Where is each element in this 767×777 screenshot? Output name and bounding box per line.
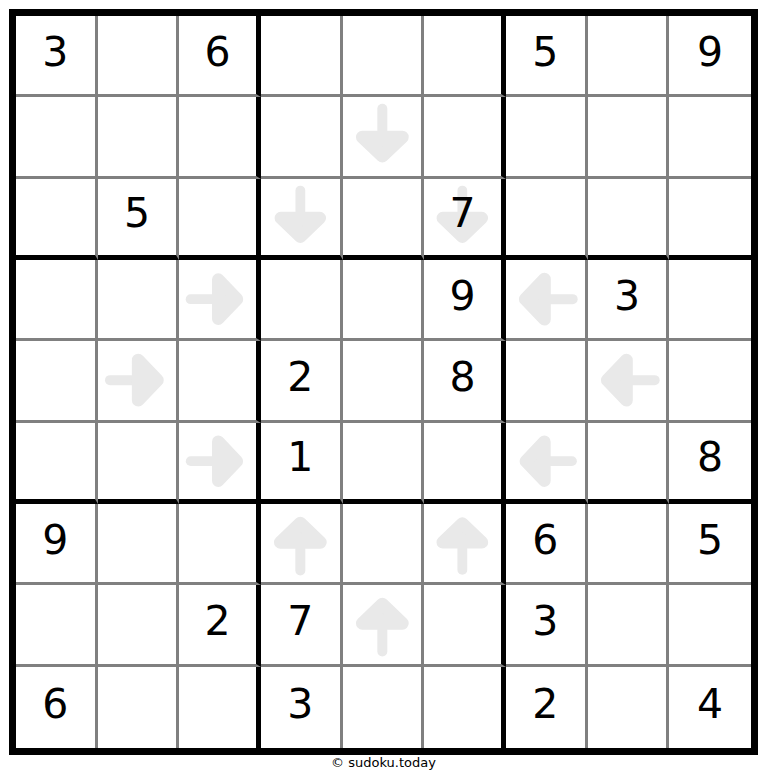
cell-r7c7[interactable]: 6 xyxy=(506,504,588,585)
cell-r2c5[interactable] xyxy=(343,97,425,178)
cell-r1c2[interactable] xyxy=(98,16,180,97)
cell-r3c6[interactable]: 7 xyxy=(424,179,506,260)
cell-r2c1[interactable] xyxy=(16,97,98,178)
cell-r1c6[interactable] xyxy=(424,16,506,97)
cell-r9c5[interactable] xyxy=(343,667,425,748)
cell-r9c1[interactable]: 6 xyxy=(16,667,98,748)
given-digit: 5 xyxy=(697,520,723,567)
given-digit: 2 xyxy=(205,601,231,648)
given-digit: 3 xyxy=(532,601,558,648)
given-digit: 1 xyxy=(287,437,313,484)
arrow-right-icon xyxy=(179,260,256,338)
given-digit: 8 xyxy=(450,357,476,404)
cell-r8c8[interactable] xyxy=(588,585,670,666)
cell-r7c4[interactable] xyxy=(261,504,343,585)
cell-r2c8[interactable] xyxy=(588,97,670,178)
given-digit: 9 xyxy=(697,32,723,79)
cell-r7c5[interactable] xyxy=(343,504,425,585)
given-digit: 7 xyxy=(287,601,313,648)
cell-r6c9[interactable]: 8 xyxy=(669,423,751,504)
cell-r1c8[interactable] xyxy=(588,16,670,97)
given-digit: 6 xyxy=(42,684,68,731)
cell-r8c4[interactable]: 7 xyxy=(261,585,343,666)
given-digit: 7 xyxy=(450,193,476,240)
cell-r7c2[interactable] xyxy=(98,504,180,585)
cell-r9c3[interactable] xyxy=(179,667,261,748)
given-digit: 9 xyxy=(450,276,476,323)
cell-r5c3[interactable] xyxy=(179,341,261,422)
cell-r4c8[interactable]: 3 xyxy=(588,260,670,341)
puzzle-page: 3659579328189652736324 © sudoku.today xyxy=(0,0,767,777)
cell-r1c9[interactable]: 9 xyxy=(669,16,751,97)
cell-r7c8[interactable] xyxy=(588,504,670,585)
copyright: © sudoku.today xyxy=(9,755,758,770)
cell-r6c5[interactable] xyxy=(343,423,425,504)
given-digit: 2 xyxy=(287,357,313,404)
cell-r7c3[interactable] xyxy=(179,504,261,585)
cell-r5c9[interactable] xyxy=(669,341,751,422)
cell-r5c5[interactable] xyxy=(343,341,425,422)
arrow-up-icon xyxy=(423,505,501,582)
arrow-left-icon xyxy=(506,260,585,338)
cell-r6c4[interactable]: 1 xyxy=(261,423,343,504)
cell-r4c4[interactable] xyxy=(261,260,343,341)
cell-r2c6[interactable] xyxy=(424,97,506,178)
arrow-right-icon xyxy=(98,341,177,419)
cell-r9c7[interactable]: 2 xyxy=(506,667,588,748)
cell-r2c7[interactable] xyxy=(506,97,588,178)
sudoku-board: 3659579328189652736324 xyxy=(9,9,758,755)
cell-r3c3[interactable] xyxy=(179,179,261,260)
cell-r4c7[interactable] xyxy=(506,260,588,341)
cell-r2c4[interactable] xyxy=(261,97,343,178)
cell-r4c1[interactable] xyxy=(16,260,98,341)
cell-r6c1[interactable] xyxy=(16,423,98,504)
cell-r1c5[interactable] xyxy=(343,16,425,97)
cell-r6c8[interactable] xyxy=(588,423,670,504)
cell-r9c6[interactable] xyxy=(424,667,506,748)
cell-r8c6[interactable] xyxy=(424,585,506,666)
given-digit: 2 xyxy=(532,684,558,731)
cell-r2c2[interactable] xyxy=(98,97,180,178)
cell-r1c1[interactable]: 3 xyxy=(16,16,98,97)
cell-r4c6[interactable]: 9 xyxy=(424,260,506,341)
cell-r3c2[interactable]: 5 xyxy=(98,179,180,260)
cell-r3c1[interactable] xyxy=(16,179,98,260)
cell-r5c6[interactable]: 8 xyxy=(424,341,506,422)
arrow-up-icon xyxy=(261,504,339,583)
cell-r3c7[interactable] xyxy=(506,179,588,260)
arrow-left-icon xyxy=(588,341,667,419)
cell-r4c2[interactable] xyxy=(98,260,180,341)
cell-r9c9[interactable]: 4 xyxy=(669,667,751,748)
cell-r9c4[interactable]: 3 xyxy=(261,667,343,748)
cell-r5c2[interactable] xyxy=(98,341,180,422)
cell-r5c7[interactable] xyxy=(506,341,588,422)
arrow-down-icon xyxy=(343,97,421,176)
cell-r6c2[interactable] xyxy=(98,423,180,504)
cell-r3c9[interactable] xyxy=(669,179,751,260)
cell-r4c9[interactable] xyxy=(669,260,751,341)
given-digit: 3 xyxy=(614,276,640,323)
cell-r4c3[interactable] xyxy=(179,260,261,341)
cell-r7c9[interactable]: 5 xyxy=(669,504,751,585)
arrow-down-icon xyxy=(262,177,338,256)
given-digit: 6 xyxy=(205,32,231,79)
cell-r1c3[interactable]: 6 xyxy=(179,16,261,97)
cell-r3c4[interactable] xyxy=(261,179,343,260)
cell-r4c5[interactable] xyxy=(343,260,425,341)
arrow-up-icon xyxy=(343,585,421,664)
arrow-left-icon xyxy=(506,423,585,499)
cell-r1c4[interactable] xyxy=(261,16,343,97)
cell-r6c3[interactable] xyxy=(179,423,261,504)
cell-r5c8[interactable] xyxy=(588,341,670,422)
cell-r5c4[interactable]: 2 xyxy=(261,341,343,422)
cell-r8c7[interactable]: 3 xyxy=(506,585,588,666)
given-digit: 6 xyxy=(532,520,558,567)
cell-r5c1[interactable] xyxy=(16,341,98,422)
cell-r3c8[interactable] xyxy=(588,179,670,260)
cell-r8c9[interactable] xyxy=(669,585,751,666)
cell-r3c5[interactable] xyxy=(343,179,425,260)
given-digit: 8 xyxy=(697,437,723,484)
given-digit: 3 xyxy=(287,684,313,731)
cell-r7c6[interactable] xyxy=(424,504,506,585)
cell-r6c7[interactable] xyxy=(506,423,588,504)
given-digit: 5 xyxy=(124,193,150,240)
cell-r9c2[interactable] xyxy=(98,667,180,748)
cell-r1c7[interactable]: 5 xyxy=(506,16,588,97)
given-digit: 4 xyxy=(697,684,723,731)
given-digit: 3 xyxy=(42,32,68,79)
cell-r8c1[interactable] xyxy=(16,585,98,666)
cell-r2c9[interactable] xyxy=(669,97,751,178)
given-digit: 5 xyxy=(532,32,558,79)
cell-r2c3[interactable] xyxy=(179,97,261,178)
cell-r9c8[interactable] xyxy=(588,667,670,748)
cell-r8c2[interactable] xyxy=(98,585,180,666)
arrow-right-icon xyxy=(179,423,256,499)
cell-r8c5[interactable] xyxy=(343,585,425,666)
cell-r6c6[interactable] xyxy=(424,423,506,504)
cell-r7c1[interactable]: 9 xyxy=(16,504,98,585)
given-digit: 9 xyxy=(42,520,68,567)
cell-r8c3[interactable]: 2 xyxy=(179,585,261,666)
